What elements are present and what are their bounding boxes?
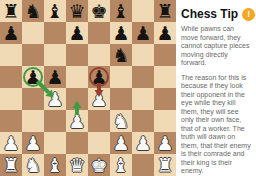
square-d2[interactable] (66, 132, 88, 154)
square-g1[interactable] (132, 154, 154, 176)
piece-black-pawn: ♟ (0, 22, 22, 44)
piece-white-pawn: ♟ (88, 88, 110, 110)
piece-black-pawn: ♟ (132, 22, 154, 44)
square-d1[interactable]: ♛ (66, 154, 88, 176)
square-g6[interactable] (132, 44, 154, 66)
square-h8[interactable]: ♜ (154, 0, 176, 22)
square-d8[interactable]: ♛ (66, 0, 88, 22)
piece-black-pawn: ♟ (110, 22, 132, 44)
square-a6[interactable] (0, 44, 22, 66)
square-d6[interactable] (66, 44, 88, 66)
square-e2[interactable] (88, 132, 110, 154)
tip-panel: Chess Tip ! While pawns can move forward… (176, 0, 256, 176)
square-a4[interactable] (0, 88, 22, 110)
square-c1[interactable]: ♝ (44, 154, 66, 176)
piece-white-pawn: ♟ (44, 88, 66, 110)
chess-board: ♜♞♝♛♚♝♜♟♟♟♟♟♞♟♟♟♟♟♟♞♟♟♟♟♟♜♞♝♛♚♝♜ (0, 0, 176, 176)
alert-icon: ! (242, 8, 255, 21)
piece-black-pawn: ♟ (66, 22, 88, 44)
square-a3[interactable] (0, 110, 22, 132)
square-f3[interactable]: ♞ (110, 110, 132, 132)
square-f6[interactable]: ♞ (110, 44, 132, 66)
square-d4[interactable] (66, 88, 88, 110)
square-c6[interactable] (44, 44, 66, 66)
square-h2[interactable]: ♟ (154, 132, 176, 154)
square-g4[interactable] (132, 88, 154, 110)
square-f2[interactable]: ♟ (110, 132, 132, 154)
piece-white-bishop: ♝ (110, 154, 132, 176)
square-c3[interactable] (44, 110, 66, 132)
piece-white-pawn: ♟ (110, 132, 132, 154)
square-e5[interactable]: ♟ (88, 66, 110, 88)
square-h1[interactable]: ♜ (154, 154, 176, 176)
square-e1[interactable]: ♚ (88, 154, 110, 176)
square-c8[interactable]: ♝ (44, 0, 66, 22)
square-a1[interactable]: ♜ (0, 154, 22, 176)
square-h7[interactable]: ♟ (154, 22, 176, 44)
square-b4[interactable] (22, 88, 44, 110)
square-b3[interactable] (22, 110, 44, 132)
piece-black-pawn: ♟ (88, 66, 110, 88)
square-b5[interactable]: ♟ (22, 66, 44, 88)
square-h4[interactable] (154, 88, 176, 110)
tip-paragraph-1: While pawns can move forward, they canno… (181, 25, 252, 68)
square-e7[interactable] (88, 22, 110, 44)
square-h6[interactable] (154, 44, 176, 66)
square-a2[interactable]: ♟ (0, 132, 22, 154)
piece-white-queen: ♛ (66, 154, 88, 176)
square-e4[interactable]: ♟ (88, 88, 110, 110)
piece-white-pawn: ♟ (66, 110, 88, 132)
piece-black-knight: ♞ (110, 44, 132, 66)
square-b1[interactable]: ♞ (22, 154, 44, 176)
piece-white-knight: ♞ (110, 110, 132, 132)
square-g2[interactable]: ♟ (132, 132, 154, 154)
square-h3[interactable] (154, 110, 176, 132)
piece-black-bishop: ♝ (110, 0, 132, 22)
square-e8[interactable]: ♚ (88, 0, 110, 22)
piece-black-knight: ♞ (22, 0, 44, 22)
tip-panel-header: Chess Tip ! (181, 7, 252, 21)
square-d7[interactable]: ♟ (66, 22, 88, 44)
tip-title: Chess Tip (181, 7, 238, 21)
piece-black-pawn: ♟ (22, 66, 44, 88)
piece-black-pawn: ♟ (154, 22, 176, 44)
piece-white-pawn: ♟ (0, 132, 22, 154)
square-b8[interactable]: ♞ (22, 0, 44, 22)
square-e6[interactable] (88, 44, 110, 66)
piece-white-bishop: ♝ (44, 154, 66, 176)
board-area: ♜♞♝♛♚♝♜♟♟♟♟♟♞♟♟♟♟♟♟♞♟♟♟♟♟♜♞♝♛♚♝♜ (0, 0, 176, 176)
square-f4[interactable] (110, 88, 132, 110)
piece-black-rook: ♜ (154, 0, 176, 22)
square-a7[interactable]: ♟ (0, 22, 22, 44)
square-f8[interactable]: ♝ (110, 0, 132, 22)
square-g5[interactable] (132, 66, 154, 88)
square-a5[interactable] (0, 66, 22, 88)
alert-icon-glyph: ! (247, 8, 250, 21)
piece-black-rook: ♜ (0, 0, 22, 22)
square-c5[interactable]: ♟ (44, 66, 66, 88)
square-b2[interactable]: ♟ (22, 132, 44, 154)
square-g3[interactable] (132, 110, 154, 132)
piece-white-pawn: ♟ (154, 132, 176, 154)
square-d3[interactable]: ♟ (66, 110, 88, 132)
chess-app-window: ♜♞♝♛♚♝♜♟♟♟♟♟♞♟♟♟♟♟♟♞♟♟♟♟♟♜♞♝♛♚♝♜ Chess T… (0, 0, 256, 176)
square-g8[interactable] (132, 0, 154, 22)
piece-white-king: ♚ (88, 154, 110, 176)
square-c4[interactable]: ♟ (44, 88, 66, 110)
square-d5[interactable] (66, 66, 88, 88)
tip-paragraph-2: The reason for this is because if they l… (181, 74, 252, 176)
square-b6[interactable] (22, 44, 44, 66)
piece-white-rook: ♜ (0, 154, 22, 176)
square-e3[interactable] (88, 110, 110, 132)
square-f5[interactable] (110, 66, 132, 88)
piece-black-queen: ♛ (66, 0, 88, 22)
square-g7[interactable]: ♟ (132, 22, 154, 44)
piece-white-rook: ♜ (154, 154, 176, 176)
square-f1[interactable]: ♝ (110, 154, 132, 176)
piece-black-king: ♚ (88, 0, 110, 22)
square-c2[interactable] (44, 132, 66, 154)
square-c7[interactable] (44, 22, 66, 44)
square-a8[interactable]: ♜ (0, 0, 22, 22)
piece-white-pawn: ♟ (132, 132, 154, 154)
piece-white-knight: ♞ (22, 154, 44, 176)
piece-black-bishop: ♝ (44, 0, 66, 22)
piece-white-pawn: ♟ (22, 132, 44, 154)
square-f7[interactable]: ♟ (110, 22, 132, 44)
piece-black-pawn: ♟ (44, 66, 66, 88)
square-h5[interactable] (154, 66, 176, 88)
square-b7[interactable] (22, 22, 44, 44)
